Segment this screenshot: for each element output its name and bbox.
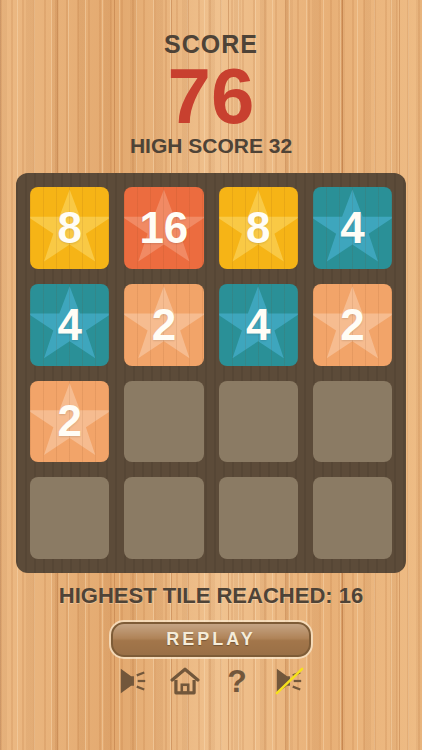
home-icon [170,666,200,696]
home-button[interactable] [169,664,201,698]
game-board[interactable]: 8168442422 [16,173,406,573]
high-score-text: HIGH SCORE 32 [0,134,422,158]
empty-cell-r4c2 [124,477,203,559]
tile-4-r2c3: 4 [219,284,298,366]
tile-value: 8 [57,203,81,253]
tile-8-r1c3: 8 [219,187,298,269]
replay-button[interactable]: REPLAY [111,622,311,657]
replay-button-label: REPLAY [166,629,255,650]
icon-bar: ? [0,664,422,698]
help-icon: ? [227,665,247,697]
score-value: 76 [0,57,422,135]
tile-value: 2 [340,300,364,350]
tile-2-r2c4: 2 [313,284,392,366]
empty-cell-r3c2 [124,381,203,463]
tile-value: 4 [340,203,364,253]
tile-4-r2c1: 4 [30,284,109,366]
sound-off-icon [274,667,304,695]
empty-cell-r4c4 [313,477,392,559]
tile-value: 4 [246,300,270,350]
empty-cell-r4c3 [219,477,298,559]
sound-on-button[interactable] [117,664,149,698]
tile-value: 16 [139,203,188,253]
tile-value: 2 [152,300,176,350]
tile-2-r3c1: 2 [30,381,109,463]
tile-value: 2 [57,396,81,446]
empty-cell-r3c3 [219,381,298,463]
tile-value: 8 [246,203,270,253]
sound-on-icon [118,667,148,695]
tile-2-r2c2: 2 [124,284,203,366]
tile-4-r1c4: 4 [313,187,392,269]
empty-cell-r3c4 [313,381,392,463]
tile-16-r1c2: 16 [124,187,203,269]
empty-cell-r4c1 [30,477,109,559]
tile-8-r1c1: 8 [30,187,109,269]
help-button[interactable]: ? [221,664,253,698]
highest-tile-text: HIGHEST TILE REACHED: 16 [0,583,422,609]
sound-off-button[interactable] [273,664,305,698]
tile-value: 4 [57,300,81,350]
game-screen: SCORE 76 HIGH SCORE 32 8168442422 HIGHES… [0,0,422,750]
